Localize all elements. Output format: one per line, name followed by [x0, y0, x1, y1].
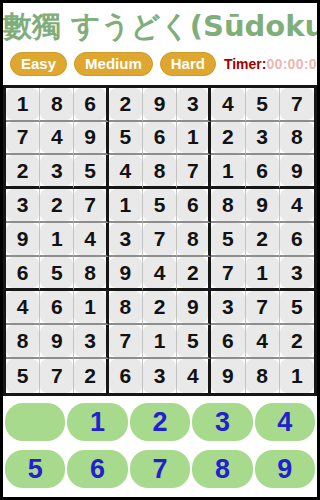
- cell-r8c4: 7: [109, 325, 143, 359]
- cell-value-r7c1[interactable]: 4: [6, 291, 39, 323]
- cell-r3c4: 4: [109, 155, 143, 189]
- cell-value-r1c9[interactable]: 7: [280, 88, 314, 120]
- cell-r7c9: 5: [280, 291, 314, 325]
- cell-r9c1: 5: [6, 359, 40, 393]
- sudoku-board: 1862934577495612382354871693271568949143…: [3, 85, 317, 396]
- cell-r1c4: 2: [109, 88, 143, 122]
- cell-r7c6: 9: [177, 291, 211, 325]
- cell-value-r4c6[interactable]: 6: [177, 189, 208, 221]
- numpad-2-button[interactable]: 2: [130, 403, 190, 441]
- cell-r6c5: 4: [143, 257, 177, 291]
- cell-value-r2c3[interactable]: 9: [74, 122, 105, 154]
- cell-value-r8c1[interactable]: 8: [6, 325, 39, 357]
- cell-r3c3: 5: [74, 155, 108, 189]
- cell-r7c5: 2: [143, 291, 177, 325]
- cell-r1c5: 9: [143, 88, 177, 122]
- cell-r2c5: 6: [143, 122, 177, 156]
- cell-value-r3c3[interactable]: 5: [74, 155, 105, 186]
- toolbar: Easy Medium Hard Timer:00:00:00 ?: [10, 50, 312, 78]
- number-pad: 1234 56789: [3, 403, 317, 497]
- cell-value-r1c8[interactable]: 5: [246, 88, 279, 120]
- cell-r9c7: 9: [211, 359, 245, 393]
- cell-value-r6c3[interactable]: 8: [74, 257, 105, 288]
- cell-value-r3c9[interactable]: 9: [280, 155, 314, 186]
- cell-value-r2c9[interactable]: 8: [280, 122, 314, 154]
- cell-r8c7: 6: [211, 325, 245, 359]
- cell-r4c9: 4: [280, 189, 314, 223]
- timer-value: 00:00:00: [266, 56, 320, 72]
- cell-value-r7c3[interactable]: 1: [74, 291, 105, 323]
- numpad-1-button[interactable]: 1: [67, 403, 127, 441]
- cell-r2c1: 7: [6, 122, 40, 156]
- cell-value-r7c7[interactable]: 3: [211, 291, 244, 323]
- cell-value-r5c6[interactable]: 8: [177, 223, 208, 255]
- cell-value-r7c9[interactable]: 5: [280, 291, 314, 323]
- cell-r5c2: 1: [40, 223, 74, 257]
- cell-value-r9c7[interactable]: 9: [211, 359, 244, 393]
- cell-value-r6c7[interactable]: 7: [211, 257, 244, 288]
- medium-button[interactable]: Medium: [74, 52, 153, 76]
- cell-value-r5c1[interactable]: 9: [6, 223, 39, 255]
- cell-value-r2c4[interactable]: 5: [109, 122, 142, 154]
- cell-r4c4: 1: [109, 189, 143, 223]
- number-pad-row-1: 1234: [5, 403, 315, 441]
- cell-r2c4: 5: [109, 122, 143, 156]
- cell-value-r9c9[interactable]: 1: [280, 359, 314, 393]
- cell-value-r6c9[interactable]: 3: [280, 257, 314, 288]
- cell-r4c7: 8: [211, 189, 245, 223]
- cell-value-r8c2[interactable]: 9: [40, 325, 73, 357]
- cell-r8c6: 5: [177, 325, 211, 359]
- cell-r6c6: 2: [177, 257, 211, 291]
- cell-r4c8: 9: [246, 189, 280, 223]
- cell-r5c3: 4: [74, 223, 108, 257]
- cell-r6c9: 3: [280, 257, 314, 291]
- cell-value-r3c4[interactable]: 4: [109, 155, 142, 186]
- cell-r1c7: 4: [211, 88, 245, 122]
- app-window: 數獨 すうどく(Sūdoku) Easy Medium Hard Timer:0…: [3, 3, 317, 497]
- cell-r6c8: 1: [246, 257, 280, 291]
- cell-value-r4c4[interactable]: 1: [109, 189, 142, 221]
- cell-r1c3: 6: [74, 88, 108, 122]
- cell-r6c3: 8: [74, 257, 108, 291]
- cell-r2c7: 2: [211, 122, 245, 156]
- cell-value-r5c4[interactable]: 3: [109, 223, 142, 255]
- cell-r6c1: 6: [6, 257, 40, 291]
- cell-r8c1: 8: [6, 325, 40, 359]
- numpad-4-button[interactable]: 4: [255, 403, 315, 441]
- cell-value-r2c6[interactable]: 1: [177, 122, 208, 154]
- cell-r7c3: 1: [74, 291, 108, 325]
- cell-value-r1c6[interactable]: 3: [177, 88, 208, 120]
- cell-r3c1: 2: [6, 155, 40, 189]
- cell-value-r3c5[interactable]: 8: [143, 155, 176, 186]
- cell-value-r6c2[interactable]: 5: [40, 257, 73, 288]
- cell-r9c4: 6: [109, 359, 143, 393]
- cell-value-r4c8[interactable]: 9: [246, 189, 279, 221]
- cell-value-r1c1[interactable]: 1: [6, 88, 39, 120]
- number-pad-row-2: 56789: [5, 450, 315, 488]
- cell-r8c5: 1: [143, 325, 177, 359]
- cell-value-r6c4[interactable]: 9: [109, 257, 142, 288]
- cell-value-r9c6[interactable]: 4: [177, 359, 208, 393]
- cell-r9c8: 8: [246, 359, 280, 393]
- cell-r5c8: 2: [246, 223, 280, 257]
- cell-r4c5: 5: [143, 189, 177, 223]
- hard-button[interactable]: Hard: [160, 52, 216, 76]
- cell-r3c9: 9: [280, 155, 314, 189]
- numpad-3-button[interactable]: 3: [192, 403, 252, 441]
- cell-value-r7c8[interactable]: 7: [246, 291, 279, 323]
- cell-r5c1: 9: [6, 223, 40, 257]
- cell-value-r9c3[interactable]: 2: [74, 359, 105, 393]
- numpad-7-button[interactable]: 7: [130, 450, 190, 488]
- cell-value-r6c6[interactable]: 2: [177, 257, 208, 288]
- cell-value-r4c3[interactable]: 7: [74, 189, 105, 221]
- cell-value-r8c4[interactable]: 7: [109, 325, 142, 357]
- cell-r4c6: 6: [177, 189, 211, 223]
- cell-r6c7: 7: [211, 257, 245, 291]
- cell-value-r6c5[interactable]: 4: [143, 257, 176, 288]
- cell-value-r9c4[interactable]: 6: [109, 359, 142, 393]
- cell-value-r9c2[interactable]: 7: [40, 359, 73, 393]
- cell-r1c6: 3: [177, 88, 211, 122]
- easy-button[interactable]: Easy: [10, 52, 67, 76]
- cell-value-r4c9[interactable]: 4: [280, 189, 314, 221]
- numpad-6-button[interactable]: 6: [67, 450, 127, 488]
- cell-r2c2: 4: [40, 122, 74, 156]
- cell-value-r4c2[interactable]: 2: [40, 189, 73, 221]
- cell-r7c8: 7: [246, 291, 280, 325]
- cell-value-r5c8[interactable]: 2: [246, 223, 279, 255]
- cell-r4c2: 2: [40, 189, 74, 223]
- cell-value-r5c3[interactable]: 4: [74, 223, 105, 255]
- cell-value-r5c2[interactable]: 1: [40, 223, 73, 255]
- cell-value-r3c6[interactable]: 7: [177, 155, 208, 186]
- cell-value-r7c5[interactable]: 2: [143, 291, 176, 323]
- cell-value-r8c8[interactable]: 4: [246, 325, 279, 357]
- cell-value-r5c9[interactable]: 6: [280, 223, 314, 255]
- cell-value-r2c2[interactable]: 4: [40, 122, 73, 154]
- cell-value-r3c1[interactable]: 2: [6, 155, 39, 186]
- cell-value-r5c7[interactable]: 5: [211, 223, 244, 255]
- cell-r4c1: 3: [6, 189, 40, 223]
- cell-r5c6: 8: [177, 223, 211, 257]
- cell-r1c8: 5: [246, 88, 280, 122]
- cell-value-r7c2[interactable]: 6: [40, 291, 73, 323]
- cell-value-r1c3[interactable]: 6: [74, 88, 105, 120]
- cell-value-r6c8[interactable]: 1: [246, 257, 279, 288]
- cell-r8c8: 4: [246, 325, 280, 359]
- cell-value-r2c7[interactable]: 2: [211, 122, 244, 154]
- cell-value-r1c7[interactable]: 4: [211, 88, 244, 120]
- numpad-blank-button[interactable]: [5, 403, 65, 441]
- cell-r9c3: 2: [74, 359, 108, 393]
- numpad-8-button[interactable]: 8: [192, 450, 252, 488]
- cell-r5c4: 3: [109, 223, 143, 257]
- cell-r7c4: 8: [109, 291, 143, 325]
- cell-value-r1c2[interactable]: 8: [40, 88, 73, 120]
- cell-r2c3: 9: [74, 122, 108, 156]
- cell-value-r1c4[interactable]: 2: [109, 88, 142, 120]
- cell-r3c8: 6: [246, 155, 280, 189]
- cell-value-r7c6[interactable]: 9: [177, 291, 208, 323]
- cell-r3c6: 7: [177, 155, 211, 189]
- cell-r5c5: 7: [143, 223, 177, 257]
- cell-value-r9c5[interactable]: 3: [143, 359, 176, 393]
- cell-value-r4c5[interactable]: 5: [143, 189, 176, 221]
- cell-r5c9: 6: [280, 223, 314, 257]
- cell-r7c7: 3: [211, 291, 245, 325]
- cell-r8c2: 9: [40, 325, 74, 359]
- cell-r1c2: 8: [40, 88, 74, 122]
- cell-r8c9: 2: [280, 325, 314, 359]
- cell-value-r5c5[interactable]: 7: [143, 223, 176, 255]
- cell-r3c7: 1: [211, 155, 245, 189]
- cell-r7c2: 6: [40, 291, 74, 325]
- cell-value-r9c8[interactable]: 8: [246, 359, 279, 393]
- cell-r9c2: 7: [40, 359, 74, 393]
- cell-value-r2c1[interactable]: 7: [6, 122, 39, 154]
- cell-value-r3c7[interactable]: 1: [211, 155, 244, 186]
- cell-value-r8c5[interactable]: 1: [143, 325, 176, 357]
- cell-value-r7c4[interactable]: 8: [109, 291, 142, 323]
- numpad-9-button[interactable]: 9: [255, 450, 315, 488]
- cell-r9c6: 4: [177, 359, 211, 393]
- cell-value-r4c7[interactable]: 8: [211, 189, 244, 221]
- cell-value-r3c8[interactable]: 6: [246, 155, 279, 186]
- cell-r6c2: 5: [40, 257, 74, 291]
- cell-value-r8c7[interactable]: 6: [211, 325, 244, 357]
- cell-r6c4: 9: [109, 257, 143, 291]
- cell-r5c7: 5: [211, 223, 245, 257]
- cell-value-r2c5[interactable]: 6: [143, 122, 176, 154]
- cell-value-r8c3[interactable]: 3: [74, 325, 105, 357]
- app-title: 數獨 すうどく(Sūdoku): [3, 6, 317, 46]
- cell-value-r2c8[interactable]: 3: [246, 122, 279, 154]
- timer: Timer:00:00:00: [224, 56, 320, 72]
- cell-r3c5: 8: [143, 155, 177, 189]
- cell-value-r8c6[interactable]: 5: [177, 325, 208, 357]
- cell-r2c9: 8: [280, 122, 314, 156]
- cell-r8c3: 3: [74, 325, 108, 359]
- cell-r1c1: 1: [6, 88, 40, 122]
- cell-r1c9: 7: [280, 88, 314, 122]
- cell-r4c3: 7: [74, 189, 108, 223]
- numpad-5-button[interactable]: 5: [5, 450, 65, 488]
- cell-value-r3c2[interactable]: 3: [40, 155, 73, 186]
- cell-value-r4c1[interactable]: 3: [6, 189, 39, 221]
- cell-value-r8c9[interactable]: 2: [280, 325, 314, 357]
- cell-r3c2: 3: [40, 155, 74, 189]
- cell-r9c9: 1: [280, 359, 314, 393]
- cell-r2c6: 1: [177, 122, 211, 156]
- timer-label: Timer:: [224, 56, 267, 72]
- cell-r9c5: 3: [143, 359, 177, 393]
- cell-value-r1c5[interactable]: 9: [143, 88, 176, 120]
- cell-value-r9c1[interactable]: 5: [6, 359, 39, 393]
- cell-r7c1: 4: [6, 291, 40, 325]
- cell-r2c8: 3: [246, 122, 280, 156]
- cell-value-r6c1[interactable]: 6: [6, 257, 39, 288]
